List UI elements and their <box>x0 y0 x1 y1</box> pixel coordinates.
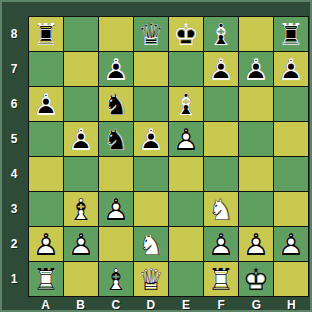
piece-white-pawn: ♟♙ <box>274 227 308 261</box>
square-h6[interactable] <box>274 87 308 121</box>
square-e6[interactable]: ♝♗ <box>169 87 203 121</box>
piece-white-pawn: ♟♙ <box>29 227 63 261</box>
file-label-e: E <box>169 297 204 312</box>
piece-white-pawn: ♟♙ <box>204 227 238 261</box>
square-g8[interactable] <box>239 17 273 51</box>
rank-label-7: 7 <box>2 51 26 86</box>
square-c2[interactable] <box>99 227 133 261</box>
square-d3[interactable] <box>134 192 168 226</box>
piece-black-pawn: ♟♙ <box>274 52 308 86</box>
piece-white-pawn: ♟♙ <box>64 227 98 261</box>
square-b6[interactable] <box>64 87 98 121</box>
file-label-a: A <box>28 297 63 312</box>
piece-black-pawn: ♟♙ <box>134 122 168 156</box>
piece-black-pawn: ♟♙ <box>204 52 238 86</box>
square-g4[interactable] <box>239 157 273 191</box>
file-label-g: G <box>239 297 274 312</box>
rank-label-2: 2 <box>2 227 26 262</box>
square-a7[interactable] <box>29 52 63 86</box>
piece-black-knight: ♞♘ <box>99 87 133 121</box>
square-a5[interactable] <box>29 122 63 156</box>
square-e7[interactable] <box>169 52 203 86</box>
chess-window: 8 7 6 5 4 3 2 1 ♜♖♛♕♚♔♝♗♜♖♟♙♟♙♟♙♟♙♟♙♞♘♝♗… <box>0 0 312 312</box>
square-d2[interactable]: ♞♘ <box>134 227 168 261</box>
square-a1[interactable]: ♜♖ <box>29 262 63 296</box>
square-g2[interactable]: ♟♙ <box>239 227 273 261</box>
piece-white-pawn: ♟♙ <box>169 122 203 156</box>
square-d1[interactable]: ♛♕ <box>134 262 168 296</box>
square-f6[interactable] <box>204 87 238 121</box>
piece-black-king: ♚♔ <box>169 17 203 51</box>
square-b7[interactable] <box>64 52 98 86</box>
square-e3[interactable] <box>169 192 203 226</box>
square-d7[interactable] <box>134 52 168 86</box>
square-d6[interactable] <box>134 87 168 121</box>
square-e1[interactable] <box>169 262 203 296</box>
piece-white-king: ♚♔ <box>239 262 273 296</box>
piece-black-bishop: ♝♗ <box>204 17 238 51</box>
square-e8[interactable]: ♚♔ <box>169 17 203 51</box>
piece-black-bishop: ♝♗ <box>169 87 203 121</box>
rank-label-6: 6 <box>2 86 26 121</box>
file-label-d: D <box>133 297 168 312</box>
piece-black-rook: ♜♖ <box>29 17 63 51</box>
square-e2[interactable] <box>169 227 203 261</box>
square-b3[interactable]: ♝♗ <box>64 192 98 226</box>
piece-black-pawn: ♟♙ <box>239 52 273 86</box>
square-f7[interactable]: ♟♙ <box>204 52 238 86</box>
square-h4[interactable] <box>274 157 308 191</box>
piece-white-rook: ♜♖ <box>29 262 63 296</box>
square-f8[interactable]: ♝♗ <box>204 17 238 51</box>
square-a6[interactable]: ♟♙ <box>29 87 63 121</box>
piece-white-pawn: ♟♙ <box>239 227 273 261</box>
rank-label-3: 3 <box>2 192 26 227</box>
file-label-c: C <box>98 297 133 312</box>
piece-black-queen: ♛♕ <box>134 17 168 51</box>
piece-white-pawn: ♟♙ <box>99 192 133 226</box>
square-a3[interactable] <box>29 192 63 226</box>
square-b5[interactable]: ♟♙ <box>64 122 98 156</box>
square-h8[interactable]: ♜♖ <box>274 17 308 51</box>
square-e5[interactable]: ♟♙ <box>169 122 203 156</box>
piece-black-knight: ♞♘ <box>99 122 133 156</box>
file-label-f: F <box>204 297 239 312</box>
square-g6[interactable] <box>239 87 273 121</box>
square-d4[interactable] <box>134 157 168 191</box>
square-c6[interactable]: ♞♘ <box>99 87 133 121</box>
piece-black-pawn: ♟♙ <box>64 122 98 156</box>
square-d8[interactable]: ♛♕ <box>134 17 168 51</box>
square-h1[interactable] <box>274 262 308 296</box>
square-b1[interactable] <box>64 262 98 296</box>
square-f4[interactable] <box>204 157 238 191</box>
square-b2[interactable]: ♟♙ <box>64 227 98 261</box>
rank-label-4: 4 <box>2 157 26 192</box>
piece-white-knight: ♞♘ <box>204 192 238 226</box>
square-h3[interactable] <box>274 192 308 226</box>
rank-label-8: 8 <box>2 16 26 51</box>
file-label-b: B <box>63 297 98 312</box>
square-d5[interactable]: ♟♙ <box>134 122 168 156</box>
square-f5[interactable] <box>204 122 238 156</box>
square-h2[interactable]: ♟♙ <box>274 227 308 261</box>
rank-labels: 8 7 6 5 4 3 2 1 <box>2 16 26 297</box>
piece-black-rook: ♜♖ <box>274 17 308 51</box>
square-f3[interactable]: ♞♘ <box>204 192 238 226</box>
square-e4[interactable] <box>169 157 203 191</box>
square-c1[interactable]: ♝♗ <box>99 262 133 296</box>
square-c4[interactable] <box>99 157 133 191</box>
square-a4[interactable] <box>29 157 63 191</box>
square-g5[interactable] <box>239 122 273 156</box>
square-g3[interactable] <box>239 192 273 226</box>
square-f2[interactable]: ♟♙ <box>204 227 238 261</box>
square-h7[interactable]: ♟♙ <box>274 52 308 86</box>
piece-white-bishop: ♝♗ <box>64 192 98 226</box>
piece-black-pawn: ♟♙ <box>99 52 133 86</box>
square-g1[interactable]: ♚♔ <box>239 262 273 296</box>
square-c3[interactable]: ♟♙ <box>99 192 133 226</box>
rank-label-1: 1 <box>2 262 26 297</box>
piece-white-queen: ♛♕ <box>134 262 168 296</box>
piece-white-bishop: ♝♗ <box>99 262 133 296</box>
square-g7[interactable]: ♟♙ <box>239 52 273 86</box>
piece-white-rook: ♜♖ <box>204 262 238 296</box>
file-label-h: H <box>274 297 309 312</box>
square-a8[interactable]: ♜♖ <box>29 17 63 51</box>
square-c8[interactable] <box>99 17 133 51</box>
square-h5[interactable] <box>274 122 308 156</box>
square-f1[interactable]: ♜♖ <box>204 262 238 296</box>
square-b4[interactable] <box>64 157 98 191</box>
chess-board: ♜♖♛♕♚♔♝♗♜♖♟♙♟♙♟♙♟♙♟♙♞♘♝♗♟♙♞♘♟♙♟♙♝♗♟♙♞♘♟♙… <box>28 16 309 297</box>
square-b8[interactable] <box>64 17 98 51</box>
rank-label-5: 5 <box>2 121 26 156</box>
piece-black-pawn: ♟♙ <box>29 87 63 121</box>
square-c5[interactable]: ♞♘ <box>99 122 133 156</box>
piece-white-knight: ♞♘ <box>134 227 168 261</box>
square-c7[interactable]: ♟♙ <box>99 52 133 86</box>
square-a2[interactable]: ♟♙ <box>29 227 63 261</box>
file-labels: A B C D E F G H <box>28 297 309 312</box>
